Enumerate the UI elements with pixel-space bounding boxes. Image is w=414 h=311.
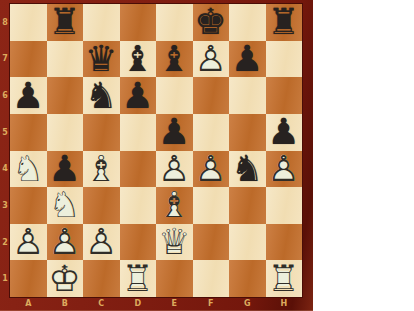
white-piece-outline-glyph: ♙: [193, 41, 230, 78]
piece-white-knight-b3[interactable]: ♞♘: [47, 187, 84, 224]
square-f5[interactable]: [193, 114, 230, 151]
file-labels: ABCDEFGH: [10, 297, 302, 311]
square-g1[interactable]: [229, 260, 266, 297]
square-b1[interactable]: ♚♔: [47, 260, 84, 297]
square-b6[interactable]: [47, 77, 84, 114]
white-piece-outline-glyph: ♗: [83, 151, 120, 188]
piece-white-bishop-e3[interactable]: ♝♗: [156, 187, 193, 224]
square-f7[interactable]: ♟♙: [193, 41, 230, 78]
square-b3[interactable]: ♞♘: [47, 187, 84, 224]
square-f6[interactable]: [193, 77, 230, 114]
square-g2[interactable]: [229, 224, 266, 261]
piece-black-pawn-e5[interactable]: ♟: [156, 114, 193, 151]
file-label-e: E: [156, 297, 193, 311]
black-piece-glyph: ♟: [120, 77, 157, 114]
square-b7[interactable]: [47, 41, 84, 78]
white-piece-outline-glyph: ♔: [47, 260, 84, 297]
black-piece-glyph: ♞: [229, 151, 266, 188]
square-d8[interactable]: [120, 4, 157, 41]
chess-board: ♜♚♜♛♝♝♟♙♟♟♞♟♟♟♞♘♟♝♗♟♙♟♙♞♟♙♞♘♝♗♟♙♟♙♟♙♛♕♚♔…: [10, 4, 302, 297]
white-piece-outline-glyph: ♕: [156, 224, 193, 261]
square-a3[interactable]: [10, 187, 47, 224]
square-c4[interactable]: ♝♗: [83, 151, 120, 188]
square-f2[interactable]: [193, 224, 230, 261]
piece-black-pawn-h5[interactable]: ♟: [266, 114, 303, 151]
file-label-a: A: [10, 297, 47, 311]
black-piece-glyph: ♟: [10, 77, 47, 114]
square-g6[interactable]: [229, 77, 266, 114]
piece-white-pawn-h4[interactable]: ♟♙: [266, 151, 303, 188]
piece-black-king-f8[interactable]: ♚: [193, 4, 230, 41]
piece-black-knight-g4[interactable]: ♞: [229, 151, 266, 188]
white-piece-outline-glyph: ♘: [47, 187, 84, 224]
piece-white-pawn-e4[interactable]: ♟♙: [156, 151, 193, 188]
square-e4[interactable]: ♟♙: [156, 151, 193, 188]
piece-white-knight-a4[interactable]: ♞♘: [10, 151, 47, 188]
rank-label-7: 7: [0, 41, 10, 78]
square-d1[interactable]: ♜♖: [120, 260, 157, 297]
square-d6[interactable]: ♟: [120, 77, 157, 114]
piece-white-queen-e2[interactable]: ♛♕: [156, 224, 193, 261]
rank-label-3: 3: [0, 187, 10, 224]
piece-black-pawn-d6[interactable]: ♟: [120, 77, 157, 114]
piece-black-bishop-e7[interactable]: ♝: [156, 41, 193, 78]
black-piece-glyph: ♝: [156, 41, 193, 78]
white-piece-outline-glyph: ♙: [83, 224, 120, 261]
piece-white-rook-d1[interactable]: ♜♖: [120, 260, 157, 297]
rank-label-2: 2: [0, 224, 10, 261]
square-b2[interactable]: ♟♙: [47, 224, 84, 261]
piece-black-pawn-b4[interactable]: ♟: [47, 151, 84, 188]
white-piece-outline-glyph: ♖: [120, 260, 157, 297]
square-a5[interactable]: [10, 114, 47, 151]
square-h5[interactable]: ♟: [266, 114, 303, 151]
square-g7[interactable]: ♟: [229, 41, 266, 78]
black-piece-glyph: ♜: [266, 4, 303, 41]
piece-white-king-b1[interactable]: ♚♔: [47, 260, 84, 297]
square-a8[interactable]: [10, 4, 47, 41]
piece-white-pawn-f7[interactable]: ♟♙: [193, 41, 230, 78]
square-c5[interactable]: [83, 114, 120, 151]
piece-black-rook-b8[interactable]: ♜: [47, 4, 84, 41]
white-piece-outline-glyph: ♘: [10, 151, 47, 188]
square-b5[interactable]: [47, 114, 84, 151]
black-piece-glyph: ♛: [83, 41, 120, 78]
file-label-c: C: [83, 297, 120, 311]
square-c1[interactable]: [83, 260, 120, 297]
square-a4[interactable]: ♞♘: [10, 151, 47, 188]
black-piece-glyph: ♚: [193, 4, 230, 41]
white-piece-outline-glyph: ♙: [266, 151, 303, 188]
square-e5[interactable]: ♟: [156, 114, 193, 151]
square-e7[interactable]: ♝: [156, 41, 193, 78]
white-piece-outline-glyph: ♙: [193, 151, 230, 188]
square-c3[interactable]: [83, 187, 120, 224]
square-h6[interactable]: [266, 77, 303, 114]
square-c6[interactable]: ♞: [83, 77, 120, 114]
square-f8[interactable]: ♚: [193, 4, 230, 41]
piece-black-knight-c6[interactable]: ♞: [83, 77, 120, 114]
square-h1[interactable]: ♜♖: [266, 260, 303, 297]
piece-white-bishop-c4[interactable]: ♝♗: [83, 151, 120, 188]
rank-label-8: 8: [0, 4, 10, 41]
square-d3[interactable]: [120, 187, 157, 224]
square-e3[interactable]: ♝♗: [156, 187, 193, 224]
square-h3[interactable]: [266, 187, 303, 224]
black-piece-glyph: ♟: [266, 114, 303, 151]
square-h2[interactable]: [266, 224, 303, 261]
square-g3[interactable]: [229, 187, 266, 224]
square-e2[interactable]: ♛♕: [156, 224, 193, 261]
square-f1[interactable]: [193, 260, 230, 297]
board-frame: 87654321 ♜♚♜♛♝♝♟♙♟♟♞♟♟♟♞♘♟♝♗♟♙♟♙♞♟♙♞♘♝♗♟…: [0, 0, 313, 311]
square-g4[interactable]: ♞: [229, 151, 266, 188]
square-d4[interactable]: [120, 151, 157, 188]
square-h4[interactable]: ♟♙: [266, 151, 303, 188]
square-c8[interactable]: [83, 4, 120, 41]
square-c2[interactable]: ♟♙: [83, 224, 120, 261]
square-h7[interactable]: [266, 41, 303, 78]
piece-white-rook-h1[interactable]: ♜♖: [266, 260, 303, 297]
file-label-d: D: [120, 297, 157, 311]
piece-black-pawn-a6[interactable]: ♟: [10, 77, 47, 114]
rank-label-4: 4: [0, 151, 10, 188]
square-a1[interactable]: [10, 260, 47, 297]
white-piece-outline-glyph: ♙: [10, 224, 47, 261]
square-f4[interactable]: ♟♙: [193, 151, 230, 188]
piece-white-pawn-b2[interactable]: ♟♙: [47, 224, 84, 261]
file-label-h: H: [266, 297, 303, 311]
file-label-f: F: [193, 297, 230, 311]
rank-label-5: 5: [0, 114, 10, 151]
file-label-b: B: [47, 297, 84, 311]
piece-white-pawn-a2[interactable]: ♟♙: [10, 224, 47, 261]
white-piece-outline-glyph: ♙: [47, 224, 84, 261]
piece-black-bishop-d7[interactable]: ♝: [120, 41, 157, 78]
square-g5[interactable]: [229, 114, 266, 151]
square-c7[interactable]: ♛: [83, 41, 120, 78]
square-a7[interactable]: [10, 41, 47, 78]
piece-white-pawn-f4[interactable]: ♟♙: [193, 151, 230, 188]
square-b8[interactable]: ♜: [47, 4, 84, 41]
piece-black-pawn-g7[interactable]: ♟: [229, 41, 266, 78]
square-f3[interactable]: [193, 187, 230, 224]
square-a6[interactable]: ♟: [10, 77, 47, 114]
piece-black-rook-h8[interactable]: ♜: [266, 4, 303, 41]
white-piece-outline-glyph: ♙: [156, 151, 193, 188]
black-piece-glyph: ♟: [229, 41, 266, 78]
piece-white-pawn-c2[interactable]: ♟♙: [83, 224, 120, 261]
square-g8[interactable]: [229, 4, 266, 41]
white-piece-outline-glyph: ♖: [266, 260, 303, 297]
black-piece-glyph: ♝: [120, 41, 157, 78]
black-piece-glyph: ♟: [47, 151, 84, 188]
black-piece-glyph: ♞: [83, 77, 120, 114]
rank-labels: 87654321: [0, 4, 10, 297]
piece-black-queen-c7[interactable]: ♛: [83, 41, 120, 78]
square-e6[interactable]: [156, 77, 193, 114]
rank-label-6: 6: [0, 77, 10, 114]
white-piece-outline-glyph: ♗: [156, 187, 193, 224]
black-piece-glyph: ♟: [156, 114, 193, 151]
black-piece-glyph: ♜: [47, 4, 84, 41]
square-d2[interactable]: [120, 224, 157, 261]
square-d7[interactable]: ♝: [120, 41, 157, 78]
square-e1[interactable]: [156, 260, 193, 297]
square-a2[interactable]: ♟♙: [10, 224, 47, 261]
square-h8[interactable]: ♜: [266, 4, 303, 41]
file-label-g: G: [229, 297, 266, 311]
square-b4[interactable]: ♟: [47, 151, 84, 188]
square-e8[interactable]: [156, 4, 193, 41]
square-d5[interactable]: [120, 114, 157, 151]
rank-label-1: 1: [0, 260, 10, 297]
